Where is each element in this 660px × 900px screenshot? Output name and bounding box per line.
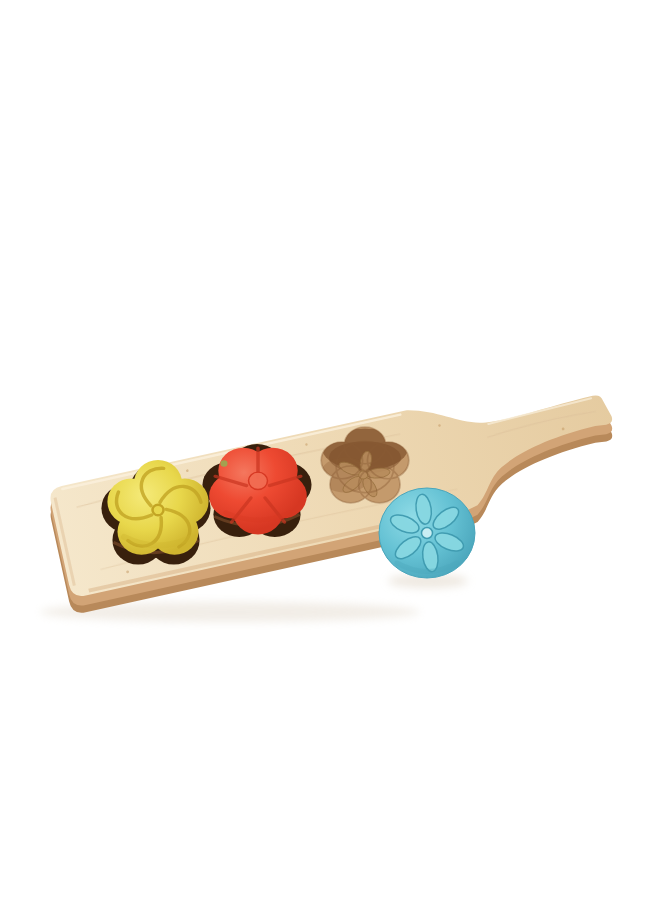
pinwheel-center-knot	[153, 505, 164, 516]
product-photo-stage	[0, 0, 660, 900]
blue-mooncake	[379, 488, 475, 578]
product-photo	[0, 0, 660, 900]
green-speck	[221, 460, 228, 466]
blossom-center-bump	[249, 472, 268, 489]
daisy-center-dot	[422, 528, 433, 539]
